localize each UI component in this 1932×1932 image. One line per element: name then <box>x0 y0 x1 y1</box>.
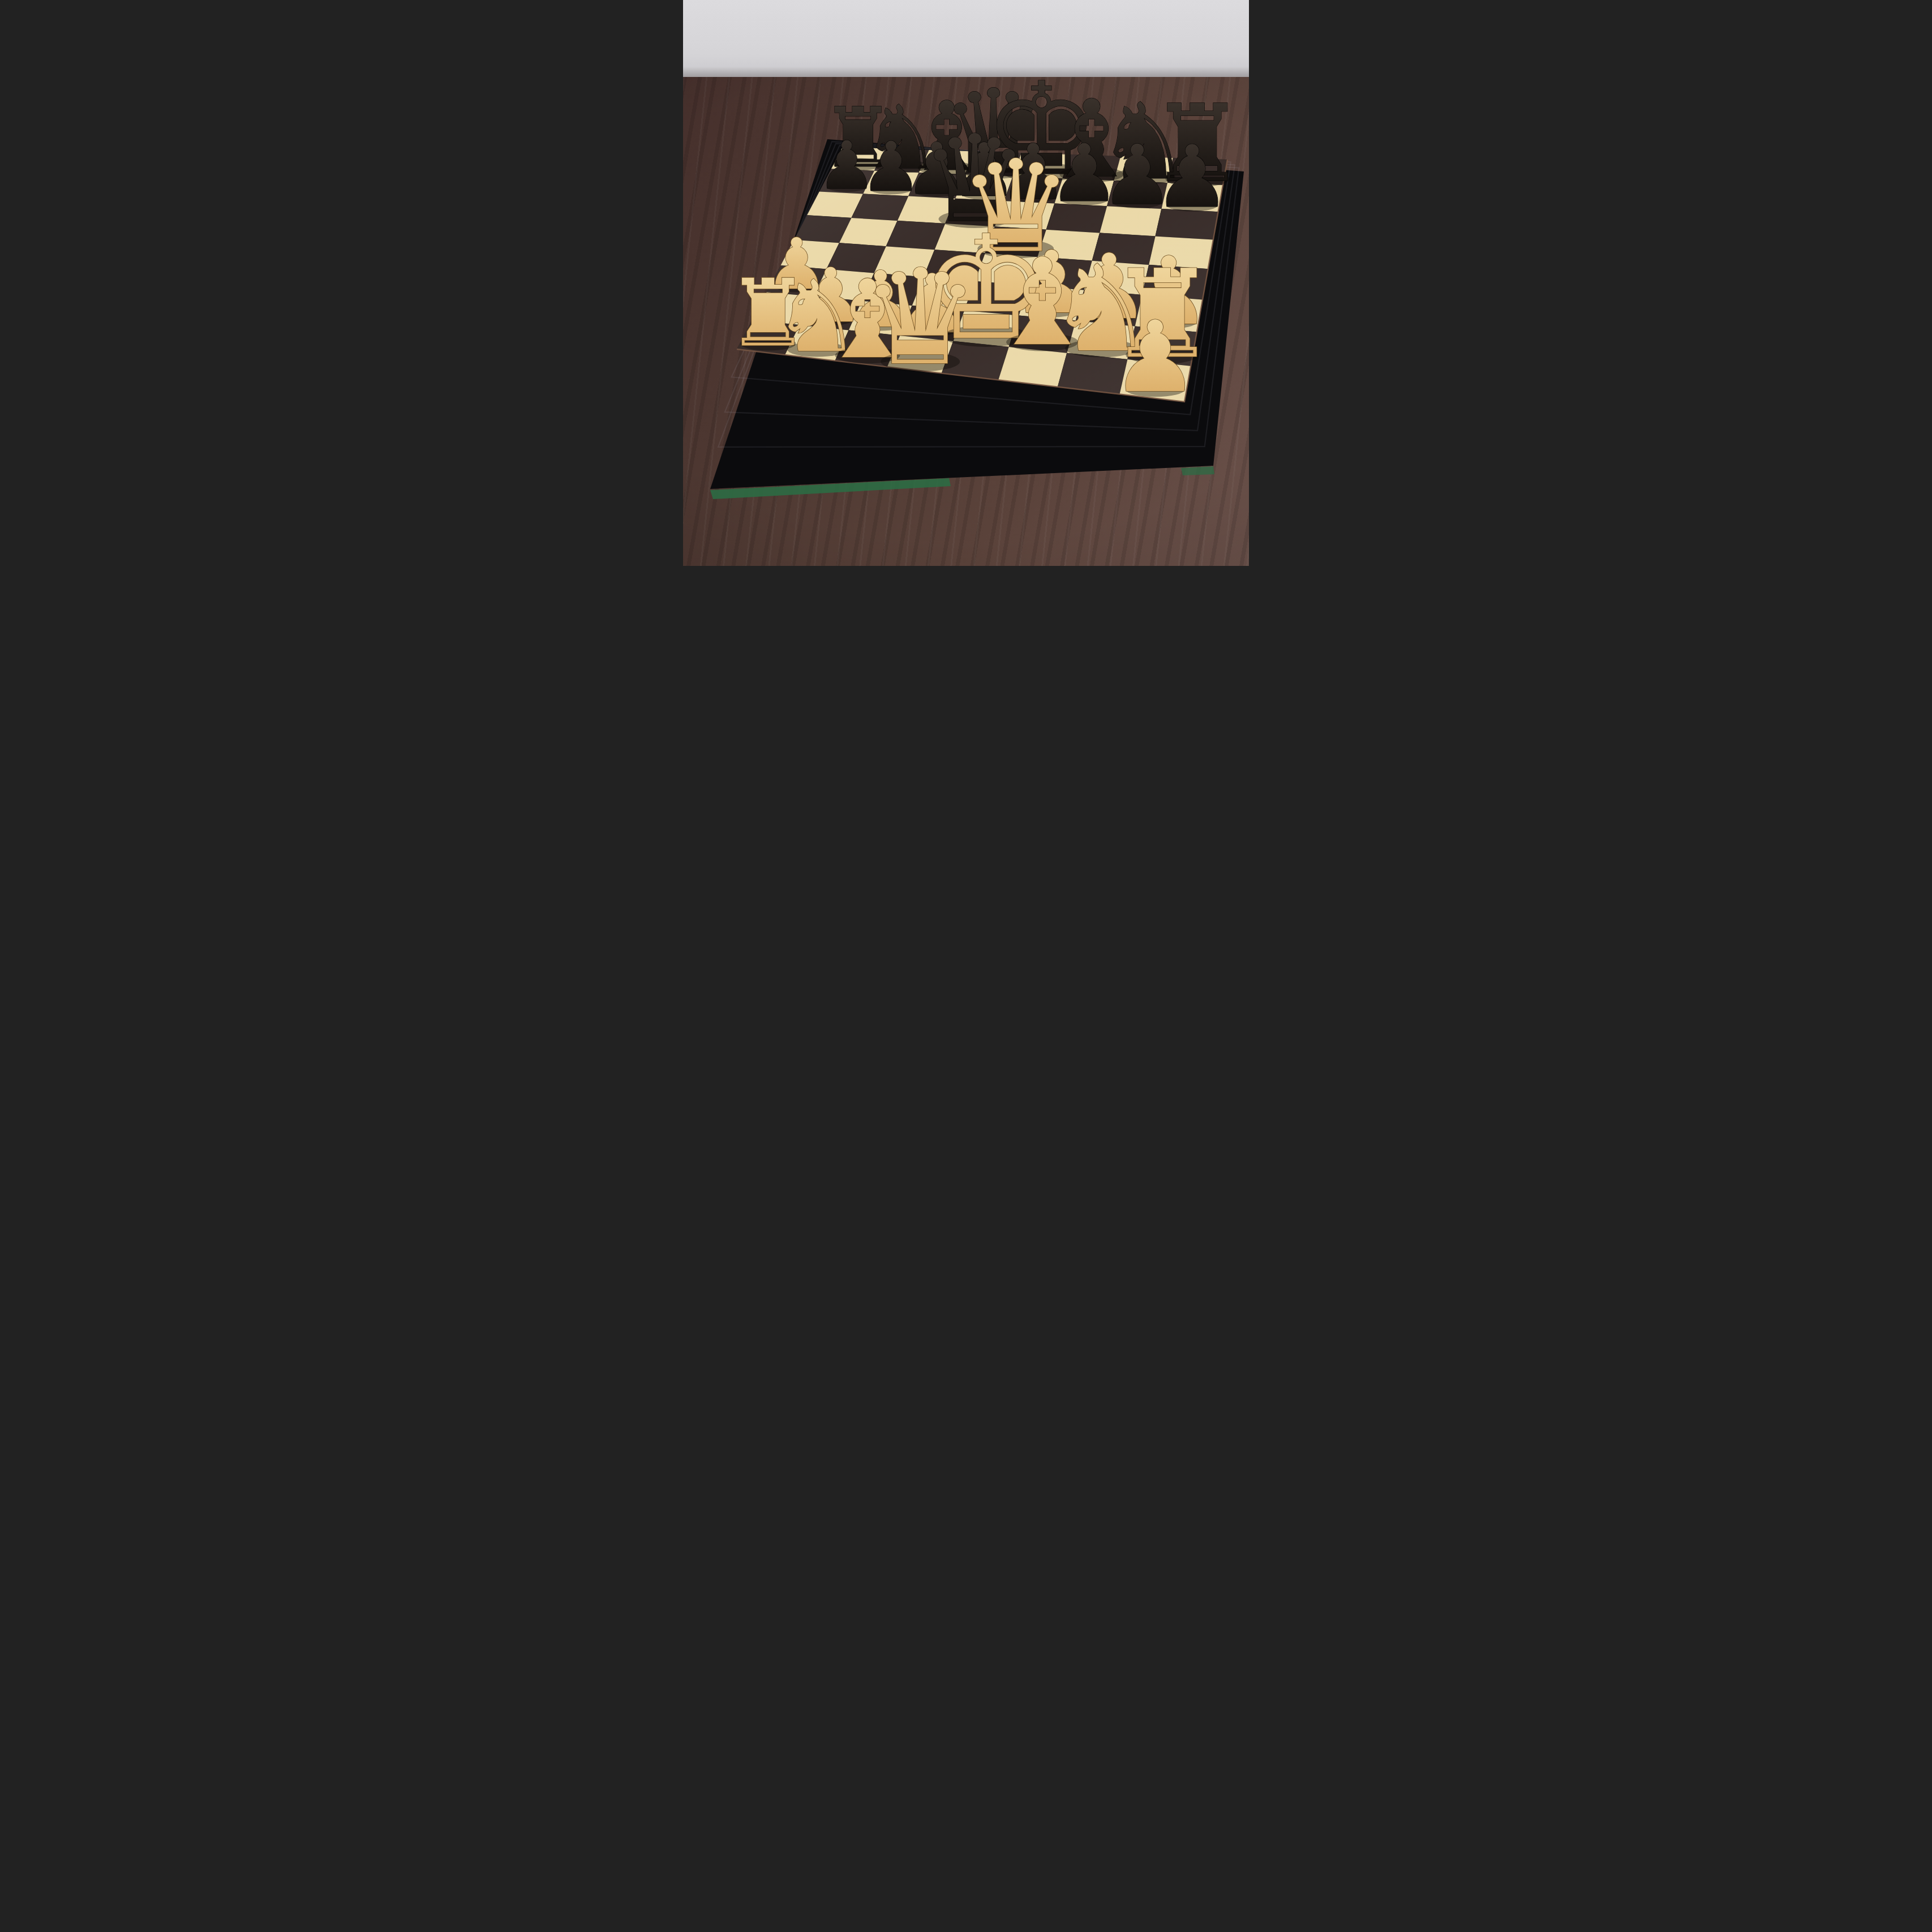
chessboard: ♜♞♝♛♚♝♞♜♟♟♟♟♟♟♟♟♛♛♟♟♟♟♟♟♟♚♝♞♜♜♞♝♛♟ <box>683 0 1249 566</box>
felt-under-edge-right <box>1181 466 1214 475</box>
piece-white-pawn-h1: ♟ <box>1111 300 1200 414</box>
piece-black-pawn-h7: ♟ <box>1154 127 1231 227</box>
photo-stage: ♜♞♝♛♚♝♞♜♟♟♟♟♟♟♟♟♛♛♟♟♟♟♟♟♟♚♝♞♜♜♞♝♛♟ rnbqk… <box>683 0 1249 566</box>
piece-white-queen-d1: ♛ <box>861 241 980 394</box>
